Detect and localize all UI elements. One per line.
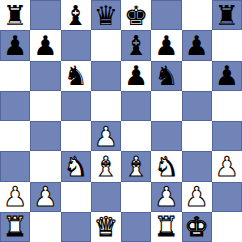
piece-white-knight-icon: ♞: [154, 153, 178, 180]
square-e2[interactable]: [121, 182, 151, 212]
square-e4[interactable]: [121, 121, 151, 151]
square-e6[interactable]: ♟: [121, 61, 151, 91]
piece-black-knight-icon: ♞: [64, 62, 88, 89]
square-g3[interactable]: [182, 151, 212, 181]
square-b6[interactable]: [30, 61, 60, 91]
square-d5[interactable]: [91, 91, 121, 121]
square-c2[interactable]: [61, 182, 91, 212]
square-c5[interactable]: [61, 91, 91, 121]
piece-black-rook-icon: ♜: [215, 2, 239, 29]
square-h1[interactable]: [212, 212, 242, 242]
square-h2[interactable]: [212, 182, 242, 212]
square-h6[interactable]: ♟: [212, 61, 242, 91]
piece-white-pawn-icon: ♟: [154, 183, 178, 210]
piece-black-pawn-icon: ♟: [33, 32, 57, 59]
square-a3[interactable]: [0, 151, 30, 181]
square-c3[interactable]: ♞: [61, 151, 91, 181]
square-f1[interactable]: ♜: [151, 212, 181, 242]
square-d6[interactable]: [91, 61, 121, 91]
square-f3[interactable]: ♞: [151, 151, 181, 181]
square-b4[interactable]: [30, 121, 60, 151]
square-b2[interactable]: ♟: [30, 182, 60, 212]
piece-black-pawn-icon: ♟: [215, 62, 239, 89]
square-b1[interactable]: [30, 212, 60, 242]
square-d1[interactable]: ♛: [91, 212, 121, 242]
square-g6[interactable]: [182, 61, 212, 91]
square-d3[interactable]: ♝: [91, 151, 121, 181]
piece-white-pawn-icon: ♟: [94, 123, 118, 150]
piece-white-queen-icon: ♛: [94, 213, 118, 240]
square-h4[interactable]: [212, 121, 242, 151]
square-a8[interactable]: ♜: [0, 0, 30, 30]
piece-white-king-icon: ♚: [185, 213, 209, 240]
square-d2[interactable]: [91, 182, 121, 212]
square-h3[interactable]: ♟: [212, 151, 242, 181]
square-f8[interactable]: [151, 0, 181, 30]
square-a2[interactable]: ♟: [0, 182, 30, 212]
square-g5[interactable]: [182, 91, 212, 121]
square-e1[interactable]: [121, 212, 151, 242]
square-g2[interactable]: ♟: [182, 182, 212, 212]
square-c8[interactable]: ♝: [61, 0, 91, 30]
square-b5[interactable]: [30, 91, 60, 121]
piece-black-queen-icon: ♛: [94, 2, 118, 29]
square-e5[interactable]: [121, 91, 151, 121]
piece-black-knight-icon: ♞: [154, 62, 178, 89]
chess-board: ♜♝♛♚♜♟♟♝♟♟♞♟♞♟♟♞♝♝♞♟♟♟♟♟♜♛♜♚: [0, 0, 242, 242]
piece-black-pawn-icon: ♟: [3, 32, 27, 59]
square-f4[interactable]: [151, 121, 181, 151]
square-a4[interactable]: [0, 121, 30, 151]
square-c4[interactable]: [61, 121, 91, 151]
piece-white-rook-icon: ♜: [3, 213, 27, 240]
square-g1[interactable]: ♚: [182, 212, 212, 242]
square-h5[interactable]: [212, 91, 242, 121]
square-e7[interactable]: ♝: [121, 30, 151, 60]
piece-white-rook-icon: ♜: [154, 213, 178, 240]
square-e3[interactable]: ♝: [121, 151, 151, 181]
square-c6[interactable]: ♞: [61, 61, 91, 91]
piece-black-king-icon: ♚: [124, 2, 148, 29]
square-f7[interactable]: ♟: [151, 30, 181, 60]
square-g7[interactable]: ♟: [182, 30, 212, 60]
square-d4[interactable]: ♟: [91, 121, 121, 151]
piece-black-pawn-icon: ♟: [154, 32, 178, 59]
piece-white-bishop-icon: ♝: [94, 153, 118, 180]
piece-black-bishop-icon: ♝: [124, 32, 148, 59]
piece-white-bishop-icon: ♝: [124, 153, 148, 180]
square-a7[interactable]: ♟: [0, 30, 30, 60]
square-h7[interactable]: [212, 30, 242, 60]
square-a1[interactable]: ♜: [0, 212, 30, 242]
square-h8[interactable]: ♜: [212, 0, 242, 30]
square-g4[interactable]: [182, 121, 212, 151]
square-g8[interactable]: [182, 0, 212, 30]
piece-white-pawn-icon: ♟: [185, 183, 209, 210]
square-f6[interactable]: ♞: [151, 61, 181, 91]
piece-black-pawn-icon: ♟: [124, 62, 148, 89]
square-b7[interactable]: ♟: [30, 30, 60, 60]
square-c7[interactable]: [61, 30, 91, 60]
piece-black-pawn-icon: ♟: [185, 32, 209, 59]
square-b8[interactable]: [30, 0, 60, 30]
square-c1[interactable]: [61, 212, 91, 242]
square-e8[interactable]: ♚: [121, 0, 151, 30]
square-b3[interactable]: [30, 151, 60, 181]
piece-black-bishop-icon: ♝: [64, 2, 88, 29]
piece-white-pawn-icon: ♟: [215, 153, 239, 180]
piece-white-pawn-icon: ♟: [33, 183, 57, 210]
square-d7[interactable]: [91, 30, 121, 60]
square-d8[interactable]: ♛: [91, 0, 121, 30]
square-f5[interactable]: [151, 91, 181, 121]
piece-black-rook-icon: ♜: [3, 2, 27, 29]
piece-white-knight-icon: ♞: [64, 153, 88, 180]
square-a6[interactable]: [0, 61, 30, 91]
square-f2[interactable]: ♟: [151, 182, 181, 212]
piece-white-pawn-icon: ♟: [3, 183, 27, 210]
square-a5[interactable]: [0, 91, 30, 121]
